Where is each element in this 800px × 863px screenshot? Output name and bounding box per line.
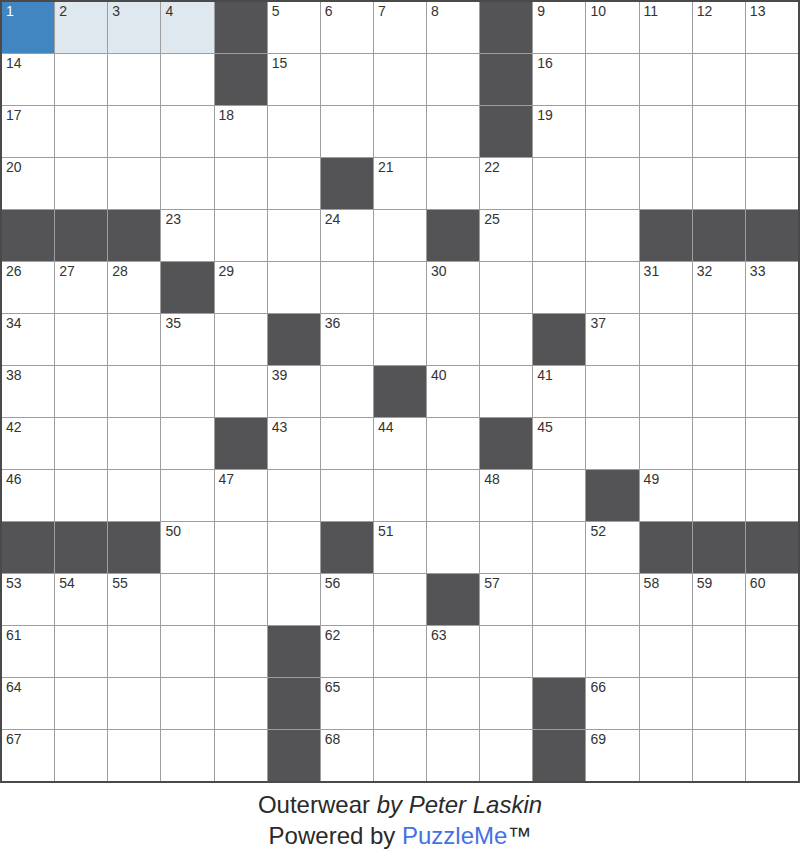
grid-cell[interactable]: 22 — [480, 158, 532, 209]
grid-cell[interactable] — [161, 678, 213, 729]
grid-cell[interactable]: 30 — [427, 262, 479, 313]
grid-cell[interactable] — [427, 470, 479, 521]
grid-cell[interactable]: 43 — [268, 418, 320, 469]
block-cell — [693, 210, 745, 261]
grid-cell[interactable]: 17 — [2, 106, 54, 157]
grid-cell[interactable] — [321, 106, 373, 157]
clue-number: 24 — [325, 211, 341, 227]
grid-cell[interactable] — [268, 470, 320, 521]
grid-cell[interactable] — [533, 262, 585, 313]
grid-cell[interactable] — [108, 314, 160, 365]
block-cell — [55, 210, 107, 261]
clue-number: 19 — [537, 107, 553, 123]
grid-cell[interactable]: 58 — [640, 574, 692, 625]
grid-cell[interactable] — [374, 574, 426, 625]
grid-cell[interactable]: 42 — [2, 418, 54, 469]
grid-cell[interactable]: 9 — [533, 2, 585, 53]
grid-cell[interactable]: 3 — [108, 2, 160, 53]
clue-number: 29 — [219, 263, 235, 279]
clue-number: 40 — [431, 367, 447, 383]
grid-cell[interactable] — [746, 470, 798, 521]
grid-cell[interactable] — [215, 366, 267, 417]
grid-cell[interactable] — [55, 106, 107, 157]
grid-cell[interactable] — [533, 470, 585, 521]
block-cell — [533, 678, 585, 729]
clue-number: 65 — [325, 679, 341, 695]
block-cell — [268, 626, 320, 677]
grid-cell[interactable]: 29 — [215, 262, 267, 313]
grid-cell[interactable] — [108, 678, 160, 729]
clue-number: 3 — [112, 3, 120, 19]
grid-cell[interactable]: 44 — [374, 418, 426, 469]
grid-cell[interactable]: 47 — [215, 470, 267, 521]
clue-number: 14 — [6, 55, 22, 71]
grid-cell[interactable]: 56 — [321, 574, 373, 625]
grid-cell[interactable]: 28 — [108, 262, 160, 313]
grid-cell[interactable]: 39 — [268, 366, 320, 417]
grid-cell[interactable] — [268, 522, 320, 573]
grid-cell[interactable] — [374, 470, 426, 521]
clue-number: 51 — [378, 523, 394, 539]
clue-number: 59 — [697, 575, 713, 591]
grid-cell[interactable] — [55, 470, 107, 521]
clue-number: 52 — [590, 523, 606, 539]
grid-cell[interactable] — [374, 314, 426, 365]
clue-number: 47 — [219, 471, 235, 487]
grid-cell[interactable]: 62 — [321, 626, 373, 677]
clue-number: 53 — [6, 575, 22, 591]
grid-cell[interactable] — [215, 210, 267, 261]
grid-cell[interactable]: 51 — [374, 522, 426, 573]
block-cell — [480, 106, 532, 157]
grid-cell[interactable] — [374, 730, 426, 781]
grid-cell[interactable] — [55, 678, 107, 729]
grid-cell[interactable] — [586, 210, 638, 261]
grid-cell[interactable]: 55 — [108, 574, 160, 625]
grid-cell[interactable] — [746, 626, 798, 677]
clue-number: 63 — [431, 627, 447, 643]
block-cell — [480, 54, 532, 105]
grid-cell[interactable] — [161, 470, 213, 521]
grid-cell[interactable] — [161, 54, 213, 105]
grid-cell[interactable] — [374, 262, 426, 313]
clue-number: 17 — [6, 107, 22, 123]
puzzle-caption: Outerwear by Peter Laskin Powered by Puz… — [0, 790, 800, 852]
block-cell — [533, 314, 585, 365]
block-cell — [586, 470, 638, 521]
grid-cell[interactable]: 45 — [533, 418, 585, 469]
grid-cell[interactable] — [693, 314, 745, 365]
grid-cell[interactable] — [268, 106, 320, 157]
block-cell — [693, 522, 745, 573]
grid-cell[interactable]: 6 — [321, 2, 373, 53]
grid-cell[interactable] — [586, 418, 638, 469]
grid-cell[interactable] — [640, 730, 692, 781]
grid-cell[interactable] — [321, 470, 373, 521]
grid-cell[interactable]: 19 — [533, 106, 585, 157]
clue-number: 37 — [590, 315, 606, 331]
grid-cell[interactable] — [108, 470, 160, 521]
grid-cell[interactable] — [108, 626, 160, 677]
clue-number: 55 — [112, 575, 128, 591]
grid-cell[interactable]: 20 — [2, 158, 54, 209]
grid-cell[interactable]: 15 — [268, 54, 320, 105]
clue-number: 41 — [537, 367, 553, 383]
grid-cell[interactable] — [693, 418, 745, 469]
clue-number: 35 — [165, 315, 181, 331]
clue-number: 34 — [6, 315, 22, 331]
grid-cell[interactable] — [640, 678, 692, 729]
clue-number: 61 — [6, 627, 22, 643]
grid-cell[interactable] — [480, 314, 532, 365]
grid-cell[interactable]: 59 — [693, 574, 745, 625]
grid-cell[interactable] — [586, 574, 638, 625]
block-cell — [321, 158, 373, 209]
grid-cell[interactable] — [161, 626, 213, 677]
grid-cell[interactable] — [586, 626, 638, 677]
grid-cell[interactable]: 26 — [2, 262, 54, 313]
clue-number: 42 — [6, 419, 22, 435]
grid-cell[interactable] — [480, 626, 532, 677]
grid-cell[interactable] — [268, 574, 320, 625]
clue-number: 64 — [6, 679, 22, 695]
clue-number: 15 — [272, 55, 288, 71]
grid-cell[interactable]: 18 — [215, 106, 267, 157]
grid-cell[interactable] — [321, 366, 373, 417]
grid-cell[interactable] — [746, 366, 798, 417]
clue-number: 6 — [325, 3, 333, 19]
block-cell — [268, 730, 320, 781]
grid-cell[interactable] — [586, 262, 638, 313]
grid-cell[interactable] — [533, 574, 585, 625]
grid-cell[interactable] — [746, 730, 798, 781]
grid-cell[interactable]: 4 — [161, 2, 213, 53]
clue-number: 18 — [219, 107, 235, 123]
clue-number: 49 — [644, 471, 660, 487]
grid-cell[interactable] — [586, 106, 638, 157]
grid-cell[interactable] — [533, 522, 585, 573]
grid-cell[interactable] — [55, 158, 107, 209]
grid-cell[interactable]: 35 — [161, 314, 213, 365]
grid-cell[interactable]: 37 — [586, 314, 638, 365]
clue-number: 7 — [378, 3, 386, 19]
grid-cell[interactable] — [108, 158, 160, 209]
puzzleme-link[interactable]: PuzzleMe — [402, 822, 507, 849]
clue-number: 38 — [6, 367, 22, 383]
grid-cell[interactable] — [321, 418, 373, 469]
puzzle-title: Outerwear — [258, 791, 370, 818]
grid-cell[interactable]: 13 — [746, 2, 798, 53]
block-cell — [108, 522, 160, 573]
block-cell — [746, 522, 798, 573]
powered-by-text: Powered by — [269, 822, 402, 849]
grid-cell[interactable] — [321, 54, 373, 105]
grid-cell[interactable] — [161, 106, 213, 157]
grid-cell[interactable] — [746, 106, 798, 157]
grid-cell[interactable] — [533, 626, 585, 677]
block-cell — [268, 314, 320, 365]
grid-cell[interactable] — [161, 418, 213, 469]
crossword-grid: 1234567891011121314151617181920212223242… — [0, 0, 800, 783]
clue-number: 68 — [325, 731, 341, 747]
grid-cell[interactable] — [746, 678, 798, 729]
grid-cell[interactable] — [640, 366, 692, 417]
grid-cell[interactable] — [427, 54, 479, 105]
clue-number: 2 — [59, 3, 67, 19]
grid-cell[interactable]: 32 — [693, 262, 745, 313]
grid-cell[interactable] — [640, 106, 692, 157]
grid-cell[interactable]: 21 — [374, 158, 426, 209]
grid-cell[interactable] — [693, 470, 745, 521]
clue-number: 33 — [750, 263, 766, 279]
block-cell — [55, 522, 107, 573]
clue-number: 50 — [165, 523, 181, 539]
grid-cell[interactable]: 64 — [2, 678, 54, 729]
grid-cell[interactable] — [427, 106, 479, 157]
grid-cell[interactable]: 41 — [533, 366, 585, 417]
grid-cell[interactable]: 38 — [2, 366, 54, 417]
puzzle-byline: by Peter Laskin — [377, 791, 542, 818]
block-cell — [746, 210, 798, 261]
grid-cell[interactable]: 31 — [640, 262, 692, 313]
grid-cell[interactable]: 50 — [161, 522, 213, 573]
block-cell — [533, 730, 585, 781]
grid-cell[interactable]: 48 — [480, 470, 532, 521]
grid-cell[interactable] — [161, 730, 213, 781]
grid-cell[interactable] — [693, 730, 745, 781]
grid-cell[interactable]: 46 — [2, 470, 54, 521]
clue-number: 8 — [431, 3, 439, 19]
grid-cell[interactable]: 33 — [746, 262, 798, 313]
grid-cell[interactable] — [374, 54, 426, 105]
clue-number: 57 — [484, 575, 500, 591]
clue-number: 36 — [325, 315, 341, 331]
clue-number: 9 — [537, 3, 545, 19]
block-cell — [427, 574, 479, 625]
grid-cell[interactable] — [640, 626, 692, 677]
grid-cell[interactable]: 2 — [55, 2, 107, 53]
clue-number: 21 — [378, 159, 394, 175]
grid-cell[interactable] — [746, 54, 798, 105]
clue-number: 11 — [644, 3, 659, 19]
grid-cell[interactable] — [480, 366, 532, 417]
grid-cell[interactable]: 68 — [321, 730, 373, 781]
grid-cell[interactable] — [427, 158, 479, 209]
grid-cell[interactable] — [55, 366, 107, 417]
grid-cell[interactable]: 11 — [640, 2, 692, 53]
clue-number: 44 — [378, 419, 394, 435]
grid-cell[interactable] — [215, 314, 267, 365]
grid-cell[interactable]: 36 — [321, 314, 373, 365]
grid-cell[interactable] — [108, 54, 160, 105]
grid-cell[interactable] — [215, 522, 267, 573]
clue-number: 39 — [272, 367, 288, 383]
grid-cell[interactable] — [55, 314, 107, 365]
clue-number: 45 — [537, 419, 553, 435]
grid-cell[interactable] — [427, 522, 479, 573]
powered-by-line: Powered by PuzzleMe™ — [0, 820, 800, 852]
grid-cell[interactable] — [427, 418, 479, 469]
grid-cell[interactable] — [427, 314, 479, 365]
grid-cell[interactable] — [161, 158, 213, 209]
grid-cell[interactable] — [480, 678, 532, 729]
crossword-app: 1234567891011121314151617181920212223242… — [0, 0, 800, 852]
grid-cell[interactable] — [533, 210, 585, 261]
grid-cell[interactable] — [161, 366, 213, 417]
grid-cell[interactable] — [108, 730, 160, 781]
clue-number: 25 — [484, 211, 500, 227]
grid-cell[interactable] — [55, 54, 107, 105]
grid-cell[interactable] — [108, 106, 160, 157]
grid-cell[interactable]: 66 — [586, 678, 638, 729]
clue-number: 32 — [697, 263, 713, 279]
grid-cell[interactable]: 25 — [480, 210, 532, 261]
block-cell — [268, 678, 320, 729]
grid-cell[interactable]: 54 — [55, 574, 107, 625]
block-cell — [374, 366, 426, 417]
grid-cell[interactable]: 12 — [693, 2, 745, 53]
grid-cell[interactable]: 8 — [427, 2, 479, 53]
grid-cell[interactable]: 10 — [586, 2, 638, 53]
clue-number: 26 — [6, 263, 22, 279]
grid-cell[interactable] — [586, 54, 638, 105]
grid-cell[interactable] — [374, 106, 426, 157]
clue-number: 10 — [590, 3, 606, 19]
grid-cell[interactable] — [161, 574, 213, 625]
grid-cell[interactable] — [215, 626, 267, 677]
grid-cell[interactable]: 40 — [427, 366, 479, 417]
trademark-symbol: ™ — [507, 822, 531, 849]
grid-cell[interactable]: 65 — [321, 678, 373, 729]
puzzle-title-line: Outerwear by Peter Laskin — [0, 790, 800, 820]
grid-cell[interactable] — [55, 418, 107, 469]
grid-cell[interactable] — [640, 418, 692, 469]
grid-cell[interactable] — [55, 626, 107, 677]
grid-cell[interactable]: 5 — [268, 2, 320, 53]
grid-cell[interactable] — [586, 366, 638, 417]
grid-cell[interactable]: 1 — [2, 2, 54, 53]
clue-number: 27 — [59, 263, 75, 279]
grid-cell[interactable]: 63 — [427, 626, 479, 677]
grid-cell[interactable]: 7 — [374, 2, 426, 53]
grid-cell[interactable]: 23 — [161, 210, 213, 261]
clue-number: 62 — [325, 627, 341, 643]
block-cell — [640, 522, 692, 573]
grid-cell[interactable] — [55, 730, 107, 781]
block-cell — [2, 522, 54, 573]
block-cell — [640, 210, 692, 261]
clue-number: 43 — [272, 419, 288, 435]
block-cell — [480, 418, 532, 469]
grid-cell[interactable]: 34 — [2, 314, 54, 365]
clue-number: 28 — [112, 263, 128, 279]
grid-cell[interactable]: 49 — [640, 470, 692, 521]
clue-number: 23 — [165, 211, 181, 227]
grid-cell[interactable] — [586, 158, 638, 209]
grid-cell[interactable]: 24 — [321, 210, 373, 261]
clue-number: 46 — [6, 471, 22, 487]
grid-cell[interactable] — [374, 626, 426, 677]
grid-cell[interactable]: 61 — [2, 626, 54, 677]
grid-cell[interactable] — [746, 158, 798, 209]
grid-cell[interactable] — [480, 262, 532, 313]
grid-cell[interactable] — [480, 730, 532, 781]
grid-cell[interactable] — [746, 418, 798, 469]
clue-number: 69 — [590, 731, 606, 747]
grid-cell[interactable] — [640, 158, 692, 209]
grid-cell[interactable]: 27 — [55, 262, 107, 313]
grid-cell[interactable] — [268, 210, 320, 261]
grid-cell[interactable] — [215, 678, 267, 729]
grid-cell[interactable] — [427, 678, 479, 729]
grid-cell[interactable] — [640, 314, 692, 365]
clue-number: 54 — [59, 575, 75, 591]
grid-cell[interactable] — [108, 366, 160, 417]
grid-cell[interactable] — [693, 106, 745, 157]
clue-number: 4 — [165, 3, 173, 19]
grid-cell[interactable]: 52 — [586, 522, 638, 573]
clue-number: 30 — [431, 263, 447, 279]
grid-cell[interactable]: 14 — [2, 54, 54, 105]
block-cell — [215, 54, 267, 105]
grid-cell[interactable]: 16 — [533, 54, 585, 105]
grid-cell[interactable] — [215, 158, 267, 209]
grid-cell[interactable] — [268, 262, 320, 313]
clue-number: 16 — [537, 55, 553, 71]
clue-number: 66 — [590, 679, 606, 695]
grid-cell[interactable] — [321, 262, 373, 313]
grid-cell[interactable] — [427, 730, 479, 781]
grid-cell[interactable] — [215, 730, 267, 781]
clue-number: 12 — [697, 3, 713, 19]
grid-cell[interactable] — [480, 522, 532, 573]
grid-cell[interactable]: 53 — [2, 574, 54, 625]
clue-number: 5 — [272, 3, 280, 19]
block-cell — [427, 210, 479, 261]
grid-cell[interactable] — [268, 158, 320, 209]
grid-cell[interactable]: 57 — [480, 574, 532, 625]
grid-cell[interactable] — [215, 574, 267, 625]
grid-cell[interactable] — [374, 210, 426, 261]
grid-cell[interactable] — [693, 366, 745, 417]
clue-number: 48 — [484, 471, 500, 487]
clue-number: 31 — [644, 263, 660, 279]
clue-number: 1 — [6, 3, 14, 19]
block-cell — [321, 522, 373, 573]
grid-cell[interactable]: 60 — [746, 574, 798, 625]
clue-number: 56 — [325, 575, 341, 591]
grid-cell[interactable] — [746, 314, 798, 365]
grid-cell[interactable] — [108, 418, 160, 469]
grid-cell[interactable]: 67 — [2, 730, 54, 781]
grid-cell[interactable] — [640, 54, 692, 105]
grid-cell[interactable] — [693, 54, 745, 105]
block-cell — [161, 262, 213, 313]
grid-cell[interactable] — [693, 626, 745, 677]
clue-number: 20 — [6, 159, 22, 175]
grid-cell[interactable] — [374, 678, 426, 729]
clue-number: 13 — [750, 3, 766, 19]
block-cell — [480, 2, 532, 53]
clue-number: 60 — [750, 575, 766, 591]
grid-cell[interactable]: 69 — [586, 730, 638, 781]
grid-cell[interactable] — [693, 678, 745, 729]
block-cell — [2, 210, 54, 261]
clue-number: 67 — [6, 731, 22, 747]
grid-cell[interactable] — [533, 158, 585, 209]
block-cell — [215, 2, 267, 53]
grid-cell[interactable] — [693, 158, 745, 209]
